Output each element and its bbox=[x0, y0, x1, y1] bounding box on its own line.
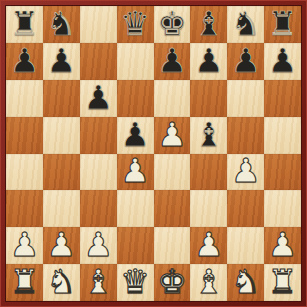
white-pawn-b2[interactable]: ♟ bbox=[47, 228, 77, 261]
square-h6[interactable] bbox=[264, 80, 301, 117]
square-b4[interactable] bbox=[43, 154, 80, 191]
square-e1[interactable]: ♚ bbox=[154, 264, 191, 301]
black-queen-d8[interactable]: ♛ bbox=[120, 7, 150, 40]
square-e6[interactable] bbox=[154, 80, 191, 117]
square-g1[interactable]: ♞ bbox=[227, 264, 264, 301]
white-pawn-h2[interactable]: ♟ bbox=[268, 228, 298, 261]
square-f8[interactable]: ♝ bbox=[190, 6, 227, 43]
square-c1[interactable]: ♝ bbox=[80, 264, 117, 301]
square-e2[interactable] bbox=[154, 227, 191, 264]
square-a7[interactable]: ♟ bbox=[6, 43, 43, 80]
square-a8[interactable]: ♜ bbox=[6, 6, 43, 43]
square-d3[interactable] bbox=[117, 190, 154, 227]
square-e7[interactable]: ♟ bbox=[154, 43, 191, 80]
square-e4[interactable] bbox=[154, 154, 191, 191]
black-pawn-b7[interactable]: ♟ bbox=[47, 44, 77, 77]
square-g3[interactable] bbox=[227, 190, 264, 227]
chess-board-frame: ♜♞♛♚♝♞♜♟♟♟♟♟♟♟♟♟♝♟♟♟♟♟♟♟♜♞♝♛♚♝♞♜ bbox=[0, 0, 307, 307]
square-f1[interactable]: ♝ bbox=[190, 264, 227, 301]
square-b8[interactable]: ♞ bbox=[43, 6, 80, 43]
black-pawn-g7[interactable]: ♟ bbox=[231, 44, 261, 77]
black-king-e8[interactable]: ♚ bbox=[157, 7, 187, 40]
square-c5[interactable] bbox=[80, 117, 117, 154]
square-h3[interactable] bbox=[264, 190, 301, 227]
square-f6[interactable] bbox=[190, 80, 227, 117]
square-b2[interactable]: ♟ bbox=[43, 227, 80, 264]
white-knight-g1[interactable]: ♞ bbox=[231, 265, 261, 298]
white-queen-d1[interactable]: ♛ bbox=[120, 265, 150, 298]
square-d6[interactable] bbox=[117, 80, 154, 117]
square-a2[interactable]: ♟ bbox=[6, 227, 43, 264]
square-h1[interactable]: ♜ bbox=[264, 264, 301, 301]
square-e5[interactable]: ♟ bbox=[154, 117, 191, 154]
square-a1[interactable]: ♜ bbox=[6, 264, 43, 301]
white-pawn-f2[interactable]: ♟ bbox=[194, 228, 224, 261]
black-bishop-f8[interactable]: ♝ bbox=[194, 7, 224, 40]
square-a5[interactable] bbox=[6, 117, 43, 154]
square-e3[interactable] bbox=[154, 190, 191, 227]
square-d2[interactable] bbox=[117, 227, 154, 264]
white-pawn-a2[interactable]: ♟ bbox=[10, 228, 40, 261]
square-d7[interactable] bbox=[117, 43, 154, 80]
black-pawn-h7[interactable]: ♟ bbox=[268, 44, 298, 77]
square-h4[interactable] bbox=[264, 154, 301, 191]
square-a4[interactable] bbox=[6, 154, 43, 191]
square-b3[interactable] bbox=[43, 190, 80, 227]
square-b5[interactable] bbox=[43, 117, 80, 154]
square-c2[interactable]: ♟ bbox=[80, 227, 117, 264]
white-bishop-c1[interactable]: ♝ bbox=[83, 265, 113, 298]
square-d5[interactable]: ♟ bbox=[117, 117, 154, 154]
white-pawn-e5[interactable]: ♟ bbox=[157, 118, 187, 151]
square-c8[interactable] bbox=[80, 6, 117, 43]
white-king-e1[interactable]: ♚ bbox=[157, 265, 187, 298]
square-f7[interactable]: ♟ bbox=[190, 43, 227, 80]
square-h7[interactable]: ♟ bbox=[264, 43, 301, 80]
square-b7[interactable]: ♟ bbox=[43, 43, 80, 80]
black-pawn-e7[interactable]: ♟ bbox=[157, 44, 187, 77]
black-pawn-f7[interactable]: ♟ bbox=[194, 44, 224, 77]
black-pawn-c6[interactable]: ♟ bbox=[83, 81, 113, 114]
white-rook-h1[interactable]: ♜ bbox=[268, 265, 298, 298]
square-c4[interactable] bbox=[80, 154, 117, 191]
black-knight-g8[interactable]: ♞ bbox=[231, 7, 261, 40]
square-d1[interactable]: ♛ bbox=[117, 264, 154, 301]
square-e8[interactable]: ♚ bbox=[154, 6, 191, 43]
square-b1[interactable]: ♞ bbox=[43, 264, 80, 301]
square-h2[interactable]: ♟ bbox=[264, 227, 301, 264]
square-c3[interactable] bbox=[80, 190, 117, 227]
square-g6[interactable] bbox=[227, 80, 264, 117]
square-b6[interactable] bbox=[43, 80, 80, 117]
square-g8[interactable]: ♞ bbox=[227, 6, 264, 43]
square-g2[interactable] bbox=[227, 227, 264, 264]
black-rook-a8[interactable]: ♜ bbox=[10, 7, 40, 40]
square-h8[interactable]: ♜ bbox=[264, 6, 301, 43]
square-f5[interactable]: ♝ bbox=[190, 117, 227, 154]
square-f2[interactable]: ♟ bbox=[190, 227, 227, 264]
square-c6[interactable]: ♟ bbox=[80, 80, 117, 117]
black-rook-h8[interactable]: ♜ bbox=[268, 7, 298, 40]
white-rook-a1[interactable]: ♜ bbox=[10, 265, 40, 298]
black-pawn-d5[interactable]: ♟ bbox=[120, 118, 150, 151]
square-f4[interactable] bbox=[190, 154, 227, 191]
square-h5[interactable] bbox=[264, 117, 301, 154]
square-a3[interactable] bbox=[6, 190, 43, 227]
white-bishop-f1[interactable]: ♝ bbox=[194, 265, 224, 298]
square-c7[interactable] bbox=[80, 43, 117, 80]
white-pawn-c2[interactable]: ♟ bbox=[83, 228, 113, 261]
black-pawn-a7[interactable]: ♟ bbox=[10, 44, 40, 77]
square-f3[interactable] bbox=[190, 190, 227, 227]
chess-board: ♜♞♛♚♝♞♜♟♟♟♟♟♟♟♟♟♝♟♟♟♟♟♟♟♜♞♝♛♚♝♞♜ bbox=[6, 6, 301, 301]
white-pawn-d4[interactable]: ♟ bbox=[120, 154, 150, 187]
square-d4[interactable]: ♟ bbox=[117, 154, 154, 191]
black-knight-b8[interactable]: ♞ bbox=[47, 7, 77, 40]
square-a6[interactable] bbox=[6, 80, 43, 117]
square-d8[interactable]: ♛ bbox=[117, 6, 154, 43]
white-knight-b1[interactable]: ♞ bbox=[47, 265, 77, 298]
square-g5[interactable] bbox=[227, 117, 264, 154]
black-bishop-f5[interactable]: ♝ bbox=[194, 118, 224, 151]
square-g4[interactable]: ♟ bbox=[227, 154, 264, 191]
square-g7[interactable]: ♟ bbox=[227, 43, 264, 80]
white-pawn-g4[interactable]: ♟ bbox=[231, 154, 261, 187]
